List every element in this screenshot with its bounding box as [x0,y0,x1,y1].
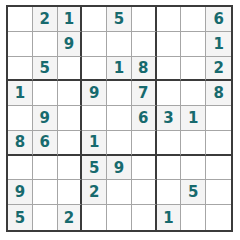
cell-r5c6[interactable]: 6 [132,106,157,131]
cell-r5c7[interactable]: 3 [157,106,182,131]
cell-r2c7[interactable] [157,32,182,57]
cell-r8c4[interactable]: 2 [82,180,107,205]
cell-r2c2[interactable] [33,32,58,57]
cell-r7c2[interactable] [33,156,58,181]
cell-r4c9[interactable]: 8 [206,81,231,106]
cell-r3c6[interactable]: 8 [132,57,157,82]
cell-r9c1[interactable]: 5 [8,205,33,230]
cell-r7c9[interactable] [206,156,231,181]
cell-r9c4[interactable] [82,205,107,230]
cell-r9c5[interactable] [107,205,132,230]
cell-r6c7[interactable] [157,131,182,156]
cell-r5c3[interactable] [58,106,83,131]
cell-r4c3[interactable] [58,81,83,106]
cell-r9c7[interactable]: 1 [157,205,182,230]
cell-r5c9[interactable] [206,106,231,131]
cell-r7c1[interactable] [8,156,33,181]
cell-r2c8[interactable] [181,32,206,57]
cell-r3c8[interactable] [181,57,206,82]
cell-r1c2[interactable]: 2 [33,7,58,32]
cell-r1c7[interactable] [157,7,182,32]
cell-r9c2[interactable] [33,205,58,230]
cell-r4c4[interactable]: 9 [82,81,107,106]
cell-r8c2[interactable] [33,180,58,205]
cell-r6c5[interactable] [107,131,132,156]
cell-r9c3[interactable]: 2 [58,205,83,230]
cell-r5c2[interactable]: 9 [33,106,58,131]
cell-r4c2[interactable] [33,81,58,106]
cell-r8c1[interactable]: 9 [8,180,33,205]
cell-r3c5[interactable]: 1 [107,57,132,82]
cell-r8c9[interactable] [206,180,231,205]
cell-r9c9[interactable] [206,205,231,230]
cell-r4c1[interactable]: 1 [8,81,33,106]
cell-r8c5[interactable] [107,180,132,205]
cell-r4c6[interactable]: 7 [132,81,157,106]
cell-r3c7[interactable] [157,57,182,82]
cell-r1c9[interactable]: 6 [206,7,231,32]
cell-r1c8[interactable] [181,7,206,32]
cell-r6c3[interactable] [58,131,83,156]
cell-r3c4[interactable] [82,57,107,82]
cell-r7c6[interactable] [132,156,157,181]
sudoku-board: 21569151821978963186159925521 [6,5,233,232]
cell-r4c7[interactable] [157,81,182,106]
cell-r2c4[interactable] [82,32,107,57]
cell-r9c6[interactable] [132,205,157,230]
cell-r1c6[interactable] [132,7,157,32]
cell-r8c8[interactable]: 5 [181,180,206,205]
cell-r8c3[interactable] [58,180,83,205]
cell-r3c9[interactable]: 2 [206,57,231,82]
cell-r9c8[interactable] [181,205,206,230]
cell-r2c1[interactable] [8,32,33,57]
cell-r1c5[interactable]: 5 [107,7,132,32]
cell-r7c8[interactable] [181,156,206,181]
cell-r1c3[interactable]: 1 [58,7,83,32]
sudoku-page: 21569151821978963186159925521 [0,0,240,240]
cell-r6c2[interactable]: 6 [33,131,58,156]
cell-r6c4[interactable]: 1 [82,131,107,156]
cell-r3c1[interactable] [8,57,33,82]
cell-r7c4[interactable]: 5 [82,156,107,181]
cell-r3c2[interactable]: 5 [33,57,58,82]
cell-r5c4[interactable] [82,106,107,131]
cell-r2c3[interactable]: 9 [58,32,83,57]
cell-r3c3[interactable] [58,57,83,82]
cell-r4c8[interactable] [181,81,206,106]
cell-r6c9[interactable] [206,131,231,156]
cell-r7c5[interactable]: 9 [107,156,132,181]
cell-r1c4[interactable] [82,7,107,32]
cell-r5c8[interactable]: 1 [181,106,206,131]
cell-r5c5[interactable] [107,106,132,131]
cell-r2c9[interactable]: 1 [206,32,231,57]
cell-r6c6[interactable] [132,131,157,156]
cell-r7c3[interactable] [58,156,83,181]
cell-r5c1[interactable] [8,106,33,131]
cell-r7c7[interactable] [157,156,182,181]
cell-r8c7[interactable] [157,180,182,205]
cell-r6c8[interactable] [181,131,206,156]
cell-r1c1[interactable] [8,7,33,32]
cell-r2c5[interactable] [107,32,132,57]
cell-r2c6[interactable] [132,32,157,57]
cell-r8c6[interactable] [132,180,157,205]
cell-r6c1[interactable]: 8 [8,131,33,156]
cell-r4c5[interactable] [107,81,132,106]
